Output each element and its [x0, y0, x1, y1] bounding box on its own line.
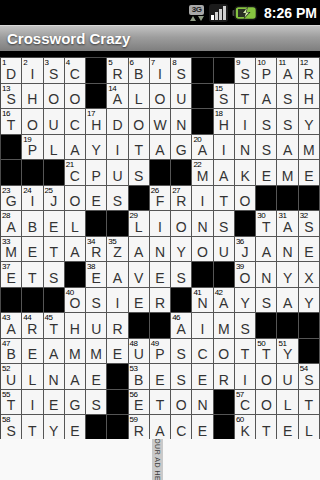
black-cell	[214, 262, 235, 288]
grid-cell[interactable]: A	[65, 237, 86, 263]
cell-letter: D	[1, 67, 21, 82]
grid-cell[interactable]: 40O	[65, 288, 86, 314]
grid-cell[interactable]: I	[22, 390, 43, 416]
grid-cell[interactable]: L	[277, 390, 298, 416]
cell-letter: O	[65, 296, 85, 311]
grid-cell[interactable]: Y	[299, 109, 320, 135]
grid-cell[interactable]: 47B	[1, 339, 22, 365]
black-cell	[86, 211, 107, 237]
cell-letter: U	[107, 169, 127, 184]
cell-letter: I	[22, 194, 42, 209]
cell-letter: O	[256, 398, 276, 413]
grid-cell[interactable]: S	[277, 84, 298, 110]
grid-cell[interactable]: N	[150, 237, 171, 263]
cell-letter: S	[214, 92, 234, 107]
black-cell	[107, 415, 128, 439]
black-cell	[256, 186, 277, 212]
cell-letter: C	[235, 398, 255, 413]
cell-letter: S	[299, 373, 319, 388]
grid-cell[interactable]: 35Z	[107, 237, 128, 263]
cell-letter: N	[277, 245, 297, 260]
grid-cell[interactable]: U	[107, 160, 128, 186]
grid-cell[interactable]: E	[299, 237, 320, 263]
grid-cell[interactable]: T	[235, 339, 256, 365]
grid-cell[interactable]: C	[171, 415, 192, 439]
cell-letter: N	[256, 271, 276, 286]
grid-cell[interactable]: L	[44, 135, 65, 161]
grid-cell[interactable]: S	[171, 364, 192, 390]
grid-cell[interactable]: O	[214, 339, 235, 365]
grid-cell[interactable]: 21C	[65, 160, 86, 186]
cell-letter: U	[129, 347, 149, 362]
grid-cell[interactable]: A	[214, 160, 235, 186]
grid-cell[interactable]: 41N	[192, 288, 213, 314]
cell-letter: T	[256, 220, 276, 235]
grid-cell[interactable]: 12R	[299, 58, 320, 84]
black-cell	[1, 135, 22, 161]
grid-cell[interactable]: T	[299, 390, 320, 416]
grid-cell[interactable]: Y	[86, 135, 107, 161]
grid-cell[interactable]: A	[65, 364, 86, 390]
cell-letter: E	[86, 194, 106, 209]
cell-letter: C	[65, 118, 85, 133]
grid-cell[interactable]: E	[107, 339, 128, 365]
grid-cell[interactable]: E	[22, 237, 43, 263]
cell-letter: M	[277, 169, 297, 184]
cell-letter: E	[129, 398, 149, 413]
cell-letter: I	[107, 296, 127, 311]
grid-cell[interactable]: 4C	[65, 58, 86, 84]
cell-letter: E	[256, 169, 276, 184]
grid-cell[interactable]: Y	[44, 415, 65, 439]
cell-letter: E	[44, 220, 64, 235]
cell-letter: A	[107, 271, 127, 286]
grid-cell[interactable]: 43A	[1, 313, 22, 339]
grid-cell[interactable]: L	[129, 84, 150, 110]
grid-cell[interactable]: S	[44, 262, 65, 288]
cell-letter: I	[107, 143, 127, 158]
grid-cell[interactable]: N	[192, 211, 213, 237]
grid-cell[interactable]: N	[171, 109, 192, 135]
cell-letter: H	[299, 92, 319, 107]
cell-letter: E	[86, 373, 106, 388]
cell-letter: E	[22, 245, 42, 260]
grid-cell[interactable]: 34R	[86, 237, 107, 263]
grid-cell[interactable]: S	[256, 135, 277, 161]
grid-cell[interactable]: 14A	[107, 84, 128, 110]
grid-cell[interactable]: U	[86, 313, 107, 339]
black-cell	[22, 160, 43, 186]
grid-cell[interactable]: E	[65, 415, 86, 439]
grid-cell[interactable]: N	[277, 237, 298, 263]
grid-cell[interactable]: E	[150, 262, 171, 288]
grid-cell[interactable]: Y	[277, 262, 298, 288]
grid-cell[interactable]: 31A	[277, 211, 298, 237]
grid-cell[interactable]: R	[107, 313, 128, 339]
battery-charging-icon	[232, 5, 258, 21]
cell-letter: S	[299, 220, 319, 235]
grid-cell[interactable]: 46A	[171, 313, 192, 339]
grid-cell[interactable]: T	[150, 390, 171, 416]
grid-cell[interactable]: H	[299, 84, 320, 110]
grid-cell[interactable]: 29L	[129, 211, 150, 237]
grid-cell[interactable]: 8S	[171, 58, 192, 84]
grid-cell[interactable]: E	[22, 339, 43, 365]
grid-cell[interactable]: T	[22, 415, 43, 439]
grid-cell[interactable]: 10P	[256, 58, 277, 84]
grid-cell[interactable]: G	[171, 135, 192, 161]
grid-cell[interactable]: O	[235, 186, 256, 212]
black-cell	[192, 58, 213, 84]
cell-letter: L	[22, 373, 42, 388]
grid-cell[interactable]: N	[44, 364, 65, 390]
grid-cell[interactable]: N	[256, 262, 277, 288]
grid-cell[interactable]: A	[44, 339, 65, 365]
grid-cell[interactable]: T	[256, 415, 277, 439]
cell-letter: Z	[107, 245, 127, 260]
grid-cell[interactable]: 5R	[107, 58, 128, 84]
grid-cell[interactable]: S	[256, 109, 277, 135]
grid-cell[interactable]: L	[65, 211, 86, 237]
grid-cell[interactable]: M	[86, 339, 107, 365]
cell-letter: A	[65, 245, 85, 260]
grid-cell[interactable]: 37E	[1, 262, 22, 288]
grid-cell[interactable]: A	[129, 237, 150, 263]
cell-letter: O	[65, 194, 85, 209]
black-cell	[256, 313, 277, 339]
cell-letter: R	[214, 373, 234, 388]
grid-cell[interactable]: 6B	[129, 58, 150, 84]
grid-cell[interactable]: T	[235, 84, 256, 110]
grid-cell[interactable]: 58S	[1, 415, 22, 439]
cell-letter: S	[171, 67, 191, 82]
black-cell	[1, 288, 22, 314]
clock-label: 8:26 PM	[262, 5, 317, 21]
cell-letter: O	[65, 92, 85, 107]
grid-cell[interactable]: A	[256, 84, 277, 110]
black-cell	[277, 186, 298, 212]
grid-cell[interactable]: O	[65, 84, 86, 110]
grid-cell[interactable]: 18H	[214, 109, 235, 135]
cell-letter: B	[129, 67, 149, 82]
cell-letter: I	[150, 67, 170, 82]
cell-letter: S	[44, 271, 64, 286]
cell-letter: A	[277, 143, 297, 158]
grid-cell[interactable]: U	[44, 109, 65, 135]
grid-cell[interactable]: 56E	[129, 390, 150, 416]
grid-cell[interactable]: 17H	[86, 109, 107, 135]
grid-cell[interactable]: 33M	[1, 237, 22, 263]
grid-cell[interactable]: S	[277, 109, 298, 135]
cell-letter: A	[277, 296, 297, 311]
grid-cell[interactable]: I	[150, 211, 171, 237]
grid-cell[interactable]: O	[65, 186, 86, 212]
cell-letter: S	[86, 398, 106, 413]
grid-cell[interactable]: T	[214, 186, 235, 212]
cell-letter: T	[44, 322, 64, 337]
cell-letter: T	[235, 92, 255, 107]
grid-cell[interactable]: 38E	[86, 262, 107, 288]
grid-cell[interactable]: O	[256, 364, 277, 390]
cell-letter: N	[192, 296, 212, 311]
grid-cell[interactable]: N	[235, 135, 256, 161]
grid-cell[interactable]: A	[256, 237, 277, 263]
cell-letter: E	[277, 424, 297, 439]
cell-letter: L	[299, 424, 319, 439]
cell-letter: E	[22, 347, 42, 362]
grid-cell[interactable]: E	[86, 186, 107, 212]
network-3g-icon: 3G	[188, 5, 205, 21]
grid-cell[interactable]: U	[277, 364, 298, 390]
grid-cell[interactable]: M	[277, 160, 298, 186]
grid-cell[interactable]: C	[65, 109, 86, 135]
grid-cell[interactable]: 28A	[1, 211, 22, 237]
grid-cell[interactable]: O	[129, 109, 150, 135]
cell-letter: A	[65, 373, 85, 388]
grid-cell[interactable]: S	[214, 211, 235, 237]
grid-cell[interactable]: 2I	[22, 58, 43, 84]
grid-cell[interactable]: 19P	[22, 135, 43, 161]
cell-letter: R	[150, 296, 170, 311]
grid-cell[interactable]: T	[44, 237, 65, 263]
cell-letter: E	[86, 271, 106, 286]
grid-cell[interactable]: S	[256, 288, 277, 314]
grid-cell[interactable]: 60K	[235, 415, 256, 439]
grid-cell[interactable]: T	[22, 262, 43, 288]
grid-cell[interactable]: 39O	[235, 262, 256, 288]
grid-cell[interactable]: I	[107, 288, 128, 314]
cell-letter: T	[1, 398, 21, 413]
grid-cell[interactable]: 26F	[150, 186, 171, 212]
grid-cell[interactable]: Y	[171, 237, 192, 263]
grid-cell[interactable]: I	[107, 135, 128, 161]
grid-cell[interactable]: I	[235, 109, 256, 135]
grid-cell[interactable]: N	[192, 390, 213, 416]
black-cell	[1, 160, 22, 186]
grid-cell[interactable]: M	[65, 339, 86, 365]
cell-letter: A	[256, 92, 276, 107]
grid-cell[interactable]: 27R	[171, 186, 192, 212]
cell-letter: S	[277, 92, 297, 107]
cell-letter: O	[44, 92, 64, 107]
grid-cell[interactable]: O	[171, 390, 192, 416]
grid-cell[interactable]: Y	[299, 288, 320, 314]
grid-cell[interactable]: 54S	[299, 364, 320, 390]
grid-cell[interactable]: 23G	[1, 186, 22, 212]
black-cell	[150, 160, 171, 186]
grid-cell[interactable]: S	[235, 313, 256, 339]
cell-letter: N	[235, 143, 255, 158]
grid-cell[interactable]: C	[192, 339, 213, 365]
grid-cell[interactable]: E	[256, 160, 277, 186]
grid-cell[interactable]: E	[150, 364, 171, 390]
grid-cell[interactable]: X	[299, 262, 320, 288]
signal-strength-icon	[209, 4, 228, 22]
grid-cell[interactable]: R	[214, 364, 235, 390]
grid-cell[interactable]: S	[129, 160, 150, 186]
grid-cell[interactable]: U	[214, 237, 235, 263]
grid-cell[interactable]: E	[86, 364, 107, 390]
grid-cell[interactable]: E	[129, 288, 150, 314]
cell-letter: I	[192, 194, 212, 209]
grid-cell[interactable]: 22M	[192, 160, 213, 186]
grid-cell[interactable]: S	[171, 339, 192, 365]
grid-cell[interactable]: A	[107, 262, 128, 288]
cell-letter: N	[171, 118, 191, 133]
grid-cell[interactable]: 42A	[214, 288, 235, 314]
grid-cell[interactable]: 45T	[44, 313, 65, 339]
grid-cell[interactable]: S	[86, 288, 107, 314]
cell-letter: A	[107, 92, 127, 107]
grid-cell[interactable]: K	[235, 160, 256, 186]
grid-cell[interactable]: M	[214, 313, 235, 339]
cell-letter: F	[150, 194, 170, 209]
cell-letter: E	[44, 398, 64, 413]
cell-letter: I	[214, 143, 234, 158]
grid-cell[interactable]: G	[65, 390, 86, 416]
grid-cell[interactable]: 13S	[1, 84, 22, 110]
grid-cell[interactable]: 59R	[129, 415, 150, 439]
grid-cell[interactable]: A	[150, 415, 171, 439]
grid-cell[interactable]: T	[129, 135, 150, 161]
cell-letter: L	[277, 398, 297, 413]
grid-cell[interactable]: O	[150, 84, 171, 110]
grid-cell[interactable]: S	[171, 262, 192, 288]
grid-cell[interactable]: 9S	[235, 58, 256, 84]
grid-cell[interactable]: O	[44, 84, 65, 110]
grid-cell[interactable]: S	[86, 390, 107, 416]
grid-cell[interactable]: U	[171, 84, 192, 110]
grid-cell[interactable]: E	[44, 211, 65, 237]
cell-letter: H	[65, 322, 85, 337]
cell-letter: A	[44, 347, 64, 362]
grid-cell[interactable]: 16T	[1, 109, 22, 135]
grid-cell[interactable]: 15S	[214, 84, 235, 110]
cell-letter: U	[277, 373, 297, 388]
grid-cell[interactable]: 36J	[235, 237, 256, 263]
grid-cell[interactable]: E	[192, 415, 213, 439]
grid-cell[interactable]: 3S	[44, 58, 65, 84]
title-bar: Crossword Crazy	[0, 25, 320, 51]
grid-cell[interactable]: R	[150, 288, 171, 314]
grid-cell[interactable]: E	[299, 160, 320, 186]
grid-cell[interactable]: B	[22, 211, 43, 237]
cell-letter: A	[1, 322, 21, 337]
grid-cell[interactable]: 20A	[192, 135, 213, 161]
grid-cell[interactable]: O	[171, 211, 192, 237]
grid-cell[interactable]: L	[299, 415, 320, 439]
cell-letter: S	[107, 194, 127, 209]
cell-letter: A	[277, 220, 297, 235]
grid-cell[interactable]: 49P	[150, 339, 171, 365]
grid-cell[interactable]: O	[192, 237, 213, 263]
cell-letter: R	[299, 67, 319, 82]
grid-cell[interactable]: S	[107, 186, 128, 212]
black-cell	[107, 364, 128, 390]
grid-cell[interactable]: O	[22, 109, 43, 135]
grid-cell[interactable]: 48U	[129, 339, 150, 365]
grid-cell[interactable]: H	[22, 84, 43, 110]
cell-letter: S	[129, 169, 149, 184]
cell-letter: T	[256, 424, 276, 439]
grid-cell[interactable]: A	[65, 135, 86, 161]
cell-letter: X	[299, 271, 319, 286]
grid-cell[interactable]: 57C	[235, 390, 256, 416]
grid-cell[interactable]: I	[214, 135, 235, 161]
black-cell	[171, 288, 192, 314]
grid-cell[interactable]: D	[107, 109, 128, 135]
cell-letter: E	[150, 373, 170, 388]
grid-cell[interactable]: 24I	[22, 186, 43, 212]
cell-letter: S	[171, 373, 191, 388]
grid-cell[interactable]: I	[235, 364, 256, 390]
cell-letter: G	[171, 143, 191, 158]
black-cell	[299, 339, 320, 365]
grid-cell[interactable]: A	[277, 288, 298, 314]
cell-letter: L	[44, 143, 64, 158]
cell-letter: A	[150, 424, 170, 439]
cell-letter: S	[256, 296, 276, 311]
cell-letter: U	[86, 322, 106, 337]
cell-letter: Y	[299, 296, 319, 311]
grid-cell[interactable]: O	[256, 390, 277, 416]
grid-cell[interactable]: 32S	[299, 211, 320, 237]
grid-cell[interactable]: H	[65, 313, 86, 339]
cell-letter: C	[171, 424, 191, 439]
grid-cell[interactable]: W	[150, 109, 171, 135]
grid-cell[interactable]: 7I	[150, 58, 171, 84]
cell-letter: M	[65, 347, 85, 362]
grid-cell[interactable]: 50T	[256, 339, 277, 365]
cell-letter: R	[107, 322, 127, 337]
cell-letter: N	[150, 245, 170, 260]
cell-letter: E	[1, 271, 21, 286]
black-cell	[299, 313, 320, 339]
cell-letter: V	[129, 271, 149, 286]
grid-cell[interactable]: E	[277, 415, 298, 439]
grid-cell[interactable]: 44R	[22, 313, 43, 339]
grid-cell[interactable]: 11A	[277, 58, 298, 84]
grid-cell[interactable]: 30T	[256, 211, 277, 237]
cell-letter: S	[214, 220, 234, 235]
cell-letter: O	[171, 220, 191, 235]
grid-cell[interactable]: 25J	[44, 186, 65, 212]
cell-letter: S	[256, 143, 276, 158]
ad-banner[interactable]: YOUR AD HERE	[152, 439, 163, 480]
grid-cell[interactable]: 55T	[1, 390, 22, 416]
grid-cell[interactable]: I	[192, 186, 213, 212]
grid-cell[interactable]: V	[129, 262, 150, 288]
grid-cell[interactable]: 51Y	[277, 339, 298, 365]
grid-cell[interactable]: M	[299, 135, 320, 161]
grid-cell[interactable]: 1D	[1, 58, 22, 84]
cell-letter: A	[277, 67, 297, 82]
grid-cell[interactable]: 52U	[1, 364, 22, 390]
grid-cell[interactable]: I	[192, 313, 213, 339]
grid-cell[interactable]: P	[86, 160, 107, 186]
grid-cell[interactable]: Y	[235, 288, 256, 314]
grid-cell[interactable]: E	[192, 364, 213, 390]
grid-cell[interactable]: L	[22, 364, 43, 390]
grid-cell[interactable]: A	[150, 135, 171, 161]
grid-cell[interactable]: A	[277, 135, 298, 161]
cell-letter: P	[22, 143, 42, 158]
grid-cell[interactable]: 53B	[129, 364, 150, 390]
cell-letter: O	[150, 92, 170, 107]
grid-cell[interactable]: E	[44, 390, 65, 416]
cell-letter: S	[235, 67, 255, 82]
cell-letter: A	[192, 143, 212, 158]
